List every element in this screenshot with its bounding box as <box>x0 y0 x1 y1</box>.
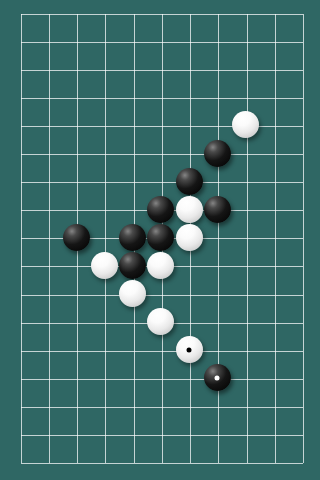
last-move-marker <box>215 375 220 380</box>
grid-line <box>21 351 304 352</box>
grid-line <box>303 14 304 464</box>
grid-line <box>21 407 304 408</box>
grid-line <box>21 126 304 127</box>
stone-black <box>147 196 174 223</box>
stone-black <box>119 224 146 251</box>
grid-line <box>21 295 304 296</box>
stone-white <box>147 308 174 335</box>
grid-line <box>21 70 304 71</box>
grid-line <box>21 379 304 380</box>
stone-white <box>176 196 203 223</box>
last-move-marker <box>187 347 192 352</box>
grid-line <box>21 435 304 436</box>
grid-line <box>21 14 304 15</box>
stone-white <box>147 252 174 279</box>
stone-black <box>119 252 146 279</box>
stone-white <box>91 252 118 279</box>
grid-line <box>21 182 304 183</box>
gomoku-board[interactable] <box>0 0 320 480</box>
grid-line <box>21 98 304 99</box>
grid-line <box>21 463 304 464</box>
stone-white <box>176 224 203 251</box>
grid-line <box>21 154 304 155</box>
stone-black <box>147 224 174 251</box>
stone-white <box>176 336 203 363</box>
stone-black <box>204 140 231 167</box>
grid-line <box>21 42 304 43</box>
stone-white <box>119 280 146 307</box>
stone-black <box>204 364 231 391</box>
stone-black <box>176 168 203 195</box>
stone-black <box>63 224 90 251</box>
stone-white <box>232 111 259 138</box>
stone-black <box>204 196 231 223</box>
